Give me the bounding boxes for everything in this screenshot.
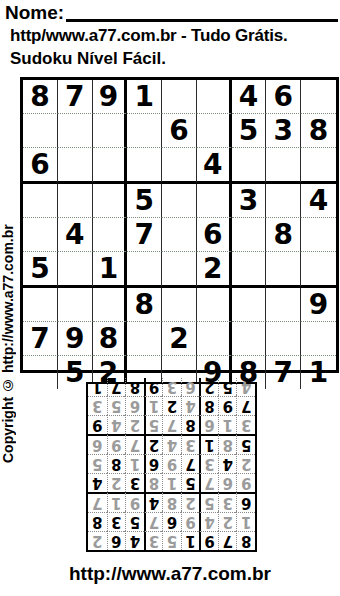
puzzle-cell-r3c4: [127, 148, 162, 184]
puzzle-cell-r2c2: [58, 114, 93, 148]
puzzle-cell-r4c1: [23, 184, 58, 218]
solution-cell-r1c4: 1: [181, 531, 200, 550]
solution-cell-r4c4: 5: [181, 473, 200, 492]
solution-cell-r6c5: 4: [162, 434, 181, 454]
puzzle-cell-r4c2: [58, 184, 93, 218]
solution-cell-r4c7: 3: [125, 473, 144, 492]
solution-cell-r8c5: 2: [162, 396, 181, 415]
solution-cell-r4c8: 2: [107, 473, 126, 492]
solution-cell-r8c8: 5: [107, 396, 126, 415]
puzzle-cell-r5c7: [232, 218, 267, 252]
puzzle-cell-r2c1: [23, 114, 58, 148]
puzzle-cell-r6c8: [266, 252, 301, 288]
puzzle-cell-r5c8: 8: [266, 218, 301, 252]
puzzle-cell-r3c9: [301, 148, 336, 184]
name-underline: [66, 1, 338, 22]
solution-cell-r4c6: 8: [144, 473, 163, 492]
puzzle-cell-r5c2: 4: [58, 218, 93, 252]
puzzle-cell-r9c1: [23, 356, 58, 389]
solution-cell-r7c3: 6: [199, 415, 218, 434]
puzzle-cell-r8c7: [232, 322, 267, 356]
solution-cell-r3c6: 4: [144, 492, 163, 512]
puzzle-cell-r8c5: 2: [162, 322, 197, 356]
solution-cell-r6c4: 3: [181, 434, 200, 454]
solution-cell-r4c3: 7: [199, 473, 218, 492]
solution-cell-r6c6: 2: [144, 434, 163, 454]
puzzle-cell-r8c1: 7: [23, 322, 58, 356]
sudoku-solution-grid-rotated: 8791534621249675386352849179675183242437…: [86, 382, 257, 552]
solution-cell-r4c2: 6: [218, 473, 237, 492]
puzzle-cell-r6c2: [58, 252, 93, 288]
solution-cell-r5c1: 2: [236, 454, 255, 473]
puzzle-cell-r1c9: [301, 80, 336, 114]
puzzle-cell-r5c4: 7: [127, 218, 162, 252]
solution-cell-r5c2: 4: [218, 454, 237, 473]
solution-cell-r2c3: 4: [199, 512, 218, 531]
name-label: Nome:: [5, 2, 64, 23]
puzzle-cell-r8c2: 9: [58, 322, 93, 356]
puzzle-cell-r3c8: [266, 148, 301, 184]
puzzle-cell-r2c7: 5: [232, 114, 267, 148]
puzzle-cell-r2c5: 6: [162, 114, 197, 148]
puzzle-cell-r1c7: 4: [232, 80, 267, 114]
puzzle-cell-r8c9: [301, 322, 336, 356]
solution-cell-r8c2: 9: [218, 396, 237, 415]
solution-cell-r3c1: 6: [236, 492, 255, 512]
solution-cell-r6c7: 7: [125, 434, 144, 454]
solution-cell-r5c7: 1: [125, 454, 144, 473]
solution-cell-r8c7: 6: [125, 396, 144, 415]
solution-cell-r5c9: 5: [88, 454, 107, 473]
puzzle-cell-r8c8: [266, 322, 301, 356]
solution-cell-r9c4: 6: [181, 378, 200, 396]
solution-cell-r1c5: 5: [162, 531, 181, 550]
solution-cell-r9c7: 8: [125, 378, 144, 396]
solution-cell-r3c2: 3: [218, 492, 237, 512]
solution-cell-r4c5: 1: [162, 473, 181, 492]
puzzle-cell-r1c5: [162, 80, 197, 114]
solution-cell-r2c1: 1: [236, 512, 255, 531]
solution-cell-r7c8: 4: [107, 415, 126, 434]
solution-cell-r1c7: 4: [125, 531, 144, 550]
puzzle-title: Sudoku Nível Fácil.: [10, 49, 166, 69]
solution-cell-r2c9: 8: [88, 512, 107, 531]
solution-cell-r7c6: 5: [144, 415, 163, 434]
puzzle-cell-r1c2: 7: [58, 80, 93, 114]
puzzle-cell-r1c4: 1: [127, 80, 162, 114]
puzzle-cell-r8c4: [127, 322, 162, 356]
puzzle-cell-r2c4: [127, 114, 162, 148]
solution-cell-r7c2: 1: [218, 415, 237, 434]
solution-cell-r8c6: 1: [144, 396, 163, 415]
puzzle-cell-r7c1: [23, 288, 58, 322]
puzzle-cell-r4c7: 3: [232, 184, 267, 218]
solution-cell-r9c2: 5: [218, 378, 237, 396]
puzzle-cell-r7c3: [93, 288, 128, 322]
solution-cell-r8c3: 8: [199, 396, 218, 415]
puzzle-cell-r7c5: [162, 288, 197, 322]
solution-cell-r3c9: 7: [88, 492, 107, 512]
solution-cell-r3c8: 1: [107, 492, 126, 512]
puzzle-cell-r7c2: [58, 288, 93, 322]
puzzle-cell-r2c6: [197, 114, 232, 148]
solution-cell-r7c4: 8: [181, 415, 200, 434]
solution-cell-r5c3: 3: [199, 454, 218, 473]
puzzle-cell-r7c4: 8: [127, 288, 162, 322]
puzzle-cell-r6c3: 1: [93, 252, 128, 288]
puzzle-cell-r7c9: 9: [301, 288, 336, 322]
puzzle-cell-r6c5: [162, 252, 197, 288]
solution-cell-r1c6: 3: [144, 531, 163, 550]
puzzle-cell-r5c6: 6: [197, 218, 232, 252]
puzzle-cell-r6c1: 5: [23, 252, 58, 288]
solution-cell-r9c1: 4: [236, 378, 255, 396]
solution-cell-r7c7: 2: [125, 415, 144, 434]
puzzle-cell-r4c3: [93, 184, 128, 218]
solution-cell-r3c4: 2: [181, 492, 200, 512]
puzzle-cell-r8c6: [197, 322, 232, 356]
solution-cell-r1c1: 8: [236, 531, 255, 550]
puzzle-cell-r3c3: [93, 148, 128, 184]
puzzle-cell-r1c1: 8: [23, 80, 58, 114]
solution-cell-r7c1: 3: [236, 415, 255, 434]
puzzle-cell-r4c8: [266, 184, 301, 218]
puzzle-cell-r5c5: [162, 218, 197, 252]
solution-cell-r3c7: 9: [125, 492, 144, 512]
puzzle-cell-r8c3: 8: [93, 322, 128, 356]
puzzle-cell-r6c7: [232, 252, 267, 288]
puzzle-cell-r2c9: 8: [301, 114, 336, 148]
puzzle-cell-r2c3: [93, 114, 128, 148]
solution-cell-r6c9: 6: [88, 434, 107, 454]
solution-cell-r9c5: 3: [162, 378, 181, 396]
solution-cell-r9c8: 7: [107, 378, 126, 396]
puzzle-cell-r5c1: [23, 218, 58, 252]
puzzle-cell-r5c3: [93, 218, 128, 252]
solution-cell-r5c5: 9: [162, 454, 181, 473]
solution-cell-r6c1: 5: [236, 434, 255, 454]
solution-cell-r5c6: 6: [144, 454, 163, 473]
solution-cell-r6c2: 8: [218, 434, 237, 454]
footer-url: http://www.a77.com.br: [0, 563, 340, 585]
solution-cell-r3c3: 5: [199, 492, 218, 512]
puzzle-cell-r7c6: [197, 288, 232, 322]
solution-cell-r6c3: 1: [199, 434, 218, 454]
solution-cell-r2c5: 6: [162, 512, 181, 531]
puzzle-cell-r6c6: 2: [197, 252, 232, 288]
solution-cell-r4c9: 4: [88, 473, 107, 492]
puzzle-cell-r1c8: 6: [266, 80, 301, 114]
solution-cell-r2c2: 2: [218, 512, 237, 531]
solution-cell-r9c6: 9: [144, 378, 163, 396]
solution-cell-r8c1: 7: [236, 396, 255, 415]
solution-cell-r1c9: 2: [88, 531, 107, 550]
solution-cell-r1c2: 7: [218, 531, 237, 550]
puzzle-cell-r3c1: 6: [23, 148, 58, 184]
puzzle-cell-r4c4: 5: [127, 184, 162, 218]
puzzle-cell-r9c9: 1: [301, 356, 336, 389]
solution-cell-r1c3: 9: [199, 531, 218, 550]
puzzle-cell-r7c7: [232, 288, 267, 322]
puzzle-cell-r4c9: 4: [301, 184, 336, 218]
puzzle-cell-r1c6: [197, 80, 232, 114]
puzzle-cell-r4c6: [197, 184, 232, 218]
puzzle-cell-r2c8: 3: [266, 114, 301, 148]
puzzle-cell-r3c7: [232, 148, 267, 184]
sudoku-worksheet-page: Nome: http/www.a77.com.br - Tudo Grátis.…: [0, 0, 340, 596]
solution-cell-r5c8: 8: [107, 454, 126, 473]
solution-cell-r7c9: 9: [88, 415, 107, 434]
puzzle-cell-r4c5: [162, 184, 197, 218]
puzzle-cell-r9c8: 7: [266, 356, 301, 389]
solution-cell-r2c7: 5: [125, 512, 144, 531]
solution-cell-r4c1: 9: [236, 473, 255, 492]
solution-cell-r5c4: 7: [181, 454, 200, 473]
solution-cell-r2c8: 3: [107, 512, 126, 531]
solution-cell-r3c5: 8: [162, 492, 181, 512]
solution-cell-r9c9: 1: [88, 378, 107, 396]
solution-cell-r2c6: 7: [144, 512, 163, 531]
puzzle-cell-r3c5: [162, 148, 197, 184]
solution-cell-r7c5: 7: [162, 415, 181, 434]
puzzle-cell-r7c8: [266, 288, 301, 322]
puzzle-cell-r1c3: 9: [93, 80, 128, 114]
copyright-vertical-text: Copyright © http://www.a77.com.br: [0, 85, 17, 463]
sudoku-puzzle-grid: 8791466538645344768512897982529871: [20, 77, 339, 373]
solution-cell-r2c4: 9: [181, 512, 200, 531]
solution-cell-r1c8: 6: [107, 531, 126, 550]
puzzle-cell-r6c9: [301, 252, 336, 288]
solution-cell-r9c3: 2: [199, 378, 218, 396]
site-tagline: http/www.a77.com.br - Tudo Grátis.: [10, 26, 288, 46]
puzzle-cell-r6c4: [127, 252, 162, 288]
puzzle-cell-r3c6: 4: [197, 148, 232, 184]
puzzle-cell-r5c9: [301, 218, 336, 252]
puzzle-cell-r3c2: [58, 148, 93, 184]
name-row: Nome:: [5, 1, 338, 23]
solution-cell-r8c9: 3: [88, 396, 107, 415]
solution-cell-r8c4: 4: [181, 396, 200, 415]
solution-cell-r6c8: 9: [107, 434, 126, 454]
